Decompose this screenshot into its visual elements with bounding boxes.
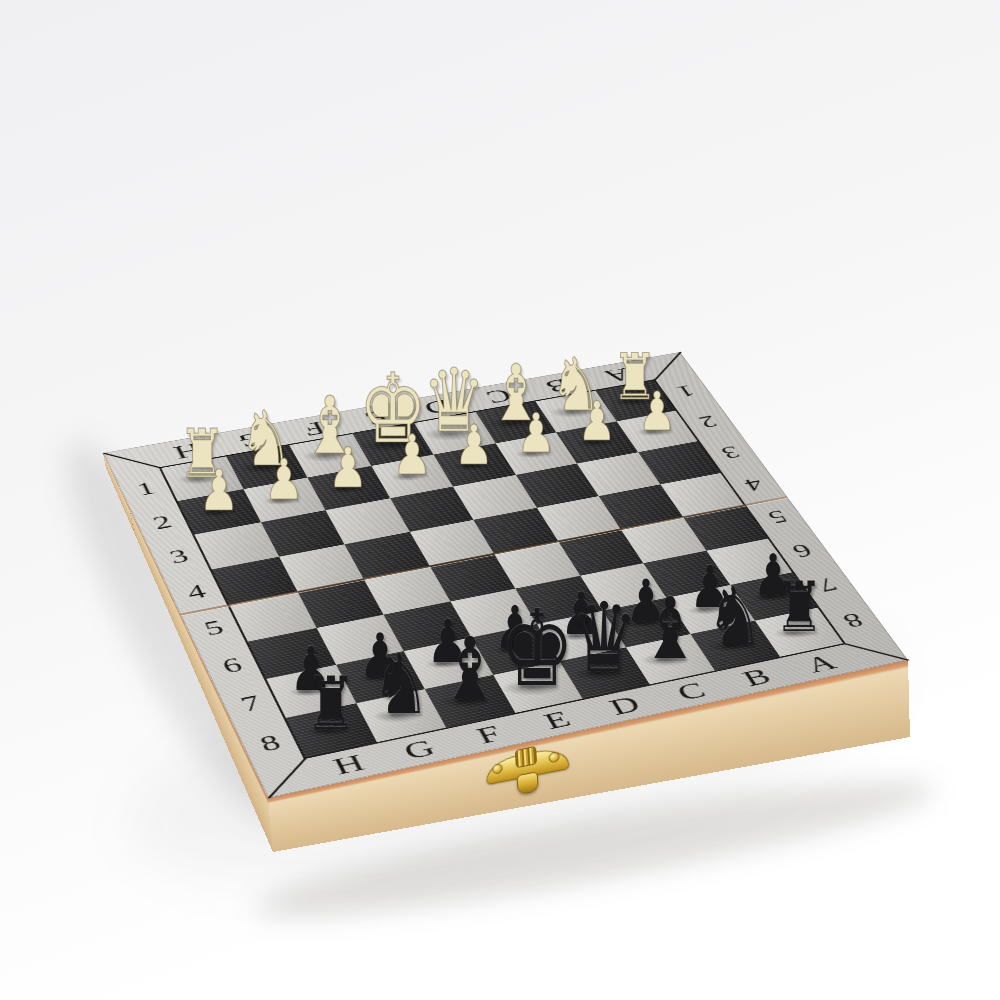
file-label-front-f: F xyxy=(472,721,505,747)
rank-label-left-6: 6 xyxy=(219,654,245,676)
file-label-front-d: D xyxy=(605,692,644,719)
file-label-front-a: A xyxy=(801,651,840,677)
chess-set-photo: 1234567812345678HGFEDCBAHGFEDCBA ♜♞♝♛♚♝♞… xyxy=(0,0,1000,1000)
piece-white-pawn[interactable]: ♟ xyxy=(577,396,616,450)
clasp-knob xyxy=(516,771,538,795)
rank-label-right-4: 4 xyxy=(740,475,767,494)
rank-label-left-7: 7 xyxy=(237,692,264,715)
rank-label-left-1: 1 xyxy=(134,479,158,498)
piece-black-knight[interactable]: ♞ xyxy=(706,576,764,656)
rank-label-left-5: 5 xyxy=(201,617,227,639)
file-label-front-c: C xyxy=(672,678,709,704)
file-label-front-h: H xyxy=(329,750,368,778)
file-label-front-b: B xyxy=(738,664,775,689)
piece-black-queen[interactable]: ♛ xyxy=(570,590,639,686)
piece-white-pawn[interactable]: ♟ xyxy=(392,429,432,484)
rank-label-left-3: 3 xyxy=(166,546,191,566)
piece-white-pawn[interactable]: ♟ xyxy=(637,385,676,439)
piece-white-pawn[interactable]: ♟ xyxy=(455,417,494,472)
piece-black-king[interactable]: ♚ xyxy=(500,596,575,701)
piece-white-pawn[interactable]: ♟ xyxy=(264,451,304,507)
file-label-front-e: E xyxy=(540,707,575,733)
piece-white-pawn[interactable]: ♟ xyxy=(328,440,368,496)
border-mitre-line xyxy=(102,453,161,469)
rank-label-right-2: 2 xyxy=(695,413,721,431)
file-label-front-g: G xyxy=(400,735,439,763)
piece-black-knight[interactable]: ♞ xyxy=(371,644,431,727)
rank-label-right-8: 8 xyxy=(839,610,867,631)
rank-label-right-3: 3 xyxy=(717,444,743,462)
piece-black-bishop[interactable]: ♝ xyxy=(438,626,500,713)
rank-label-left-4: 4 xyxy=(183,581,209,602)
rank-label-right-1: 1 xyxy=(673,383,698,400)
piece-black-bishop[interactable]: ♝ xyxy=(639,586,700,671)
rank-label-left-8: 8 xyxy=(256,731,283,755)
clasp-latch xyxy=(485,741,569,809)
rank-label-left-2: 2 xyxy=(150,512,175,532)
piece-black-rook[interactable]: ♜ xyxy=(774,572,824,641)
piece-white-pawn[interactable]: ♟ xyxy=(516,406,555,461)
piece-black-rook[interactable]: ♜ xyxy=(305,667,358,740)
border-mitre-line xyxy=(843,643,909,661)
rank-label-right-5: 5 xyxy=(764,508,791,527)
piece-white-pawn[interactable]: ♟ xyxy=(199,463,240,520)
